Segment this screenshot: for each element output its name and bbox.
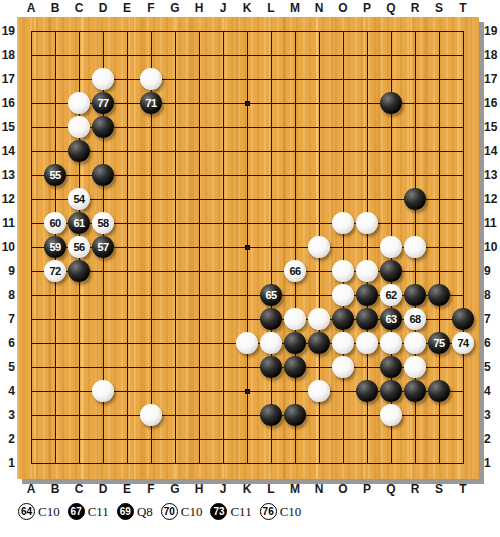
star-point-K4 <box>245 389 250 394</box>
white-stone-C16 <box>68 92 90 114</box>
row-label: 18 <box>483 43 499 67</box>
column-label: T <box>451 1 475 16</box>
row-label: 8 <box>0 283 16 307</box>
black-stone-B10: 59 <box>44 236 66 258</box>
star-point-K10 <box>245 245 250 250</box>
move-point-label: C11 <box>88 504 109 520</box>
column-label: G <box>163 482 187 497</box>
black-stone-M6 <box>284 332 306 354</box>
row-label: 19 <box>483 19 499 43</box>
column-label: L <box>259 482 283 497</box>
white-stone-M9: 66 <box>284 260 306 282</box>
row-label: 2 <box>0 427 16 451</box>
column-label: E <box>115 1 139 16</box>
column-label: O <box>331 1 355 16</box>
black-stone-S8 <box>428 284 450 306</box>
move-number: 71 <box>145 97 156 109</box>
row-label: 16 <box>483 91 499 115</box>
black-stone-N6 <box>308 332 330 354</box>
column-label: F <box>139 482 163 497</box>
white-stone-O6 <box>332 332 354 354</box>
row-label: 10 <box>0 235 16 259</box>
column-label: A <box>19 482 43 497</box>
column-label: A <box>19 1 43 16</box>
move-number: 75 <box>433 337 444 349</box>
white-stone-O11 <box>332 212 354 234</box>
column-label: T <box>451 482 475 497</box>
go-board: 777155546061585956577266656263687574 <box>17 17 479 479</box>
row-label: 14 <box>483 139 499 163</box>
row-label: 9 <box>483 259 499 283</box>
row-label: 2 <box>483 427 499 451</box>
white-stone-P6 <box>356 332 378 354</box>
row-label: 1 <box>0 451 16 475</box>
black-stone-T7 <box>452 308 474 330</box>
move-number: 65 <box>265 289 276 301</box>
white-stone-L6 <box>260 332 282 354</box>
move-number: 61 <box>73 217 84 229</box>
move-number: 55 <box>49 169 60 181</box>
column-label: P <box>355 482 379 497</box>
white-stone-D4 <box>92 380 114 402</box>
black-stone-Q4 <box>380 380 402 402</box>
white-stone-T6: 74 <box>452 332 474 354</box>
move-point-label: C10 <box>38 504 60 520</box>
row-label: 5 <box>483 355 499 379</box>
black-stone-S4 <box>428 380 450 402</box>
black-stone-O7 <box>332 308 354 330</box>
move-annotation: 69Q8 <box>117 503 153 520</box>
row-label: 12 <box>0 187 16 211</box>
white-stone-D17 <box>92 68 114 90</box>
move-number: 77 <box>97 97 108 109</box>
column-label: R <box>403 1 427 16</box>
black-stone-D10: 57 <box>92 236 114 258</box>
column-label: Q <box>379 1 403 16</box>
white-stone-P9 <box>356 260 378 282</box>
black-stone-C11: 61 <box>68 212 90 234</box>
white-stone-F17 <box>140 68 162 90</box>
black-stone-S6: 75 <box>428 332 450 354</box>
white-stone-F3 <box>140 404 162 426</box>
column-label: R <box>403 482 427 497</box>
black-stone-glyph: 69 <box>117 503 134 520</box>
row-label: 13 <box>0 163 16 187</box>
white-stone-O9 <box>332 260 354 282</box>
row-label: 6 <box>483 331 499 355</box>
black-stone-L3 <box>260 404 282 426</box>
row-label: 14 <box>0 139 16 163</box>
black-stone-F16: 71 <box>140 92 162 114</box>
white-stone-Q3 <box>380 404 402 426</box>
column-label: J <box>211 1 235 16</box>
white-stone-R7: 68 <box>404 308 426 330</box>
move-point-label: Q8 <box>137 504 153 520</box>
column-label: P <box>355 1 379 16</box>
white-stone-O5 <box>332 356 354 378</box>
move-number: 66 <box>289 265 300 277</box>
row-label: 7 <box>0 307 16 331</box>
column-label: S <box>427 1 451 16</box>
black-stone-P4 <box>356 380 378 402</box>
column-label: D <box>91 482 115 497</box>
move-number: 54 <box>73 193 84 205</box>
row-label: 4 <box>483 379 499 403</box>
white-stone-P11 <box>356 212 378 234</box>
row-label: 3 <box>483 403 499 427</box>
row-label: 16 <box>0 91 16 115</box>
black-stone-M5 <box>284 356 306 378</box>
column-label: H <box>187 1 211 16</box>
column-label: K <box>235 482 259 497</box>
star-point-K16 <box>245 101 250 106</box>
black-stone-glyph: 67 <box>68 503 85 520</box>
row-label: 17 <box>0 67 16 91</box>
white-stone-C10: 56 <box>68 236 90 258</box>
white-stone-D11: 58 <box>92 212 114 234</box>
white-stone-O8 <box>332 284 354 306</box>
black-stone-C14 <box>68 140 90 162</box>
move-number: 58 <box>97 217 108 229</box>
black-stone-glyph: 73 <box>210 503 227 520</box>
row-label: 19 <box>0 19 16 43</box>
column-label: K <box>235 1 259 16</box>
move-number: 59 <box>49 241 60 253</box>
move-annotation: 67C11 <box>68 503 109 520</box>
black-stone-C9 <box>68 260 90 282</box>
left-coordinates: 19181716151413121110987654321 <box>0 19 16 475</box>
board-grid[interactable]: 777155546061585956577266656263687574 <box>19 19 475 475</box>
move-number: 56 <box>73 241 84 253</box>
move-number: 74 <box>457 337 468 349</box>
move-number: 63 <box>385 313 396 325</box>
black-stone-R12 <box>404 188 426 210</box>
black-stone-B13: 55 <box>44 164 66 186</box>
row-label: 15 <box>483 115 499 139</box>
row-label: 15 <box>0 115 16 139</box>
white-stone-R5 <box>404 356 426 378</box>
row-label: 18 <box>0 43 16 67</box>
column-label: L <box>259 1 283 16</box>
black-stone-L7 <box>260 308 282 330</box>
row-label: 11 <box>0 211 16 235</box>
row-label: 6 <box>0 331 16 355</box>
column-label: H <box>187 482 211 497</box>
move-point-label: C11 <box>230 504 251 520</box>
white-stone-Q10 <box>380 236 402 258</box>
black-stone-D16: 77 <box>92 92 114 114</box>
white-stone-glyph: 70 <box>161 503 178 520</box>
white-stone-C12: 54 <box>68 188 90 210</box>
row-label: 8 <box>483 283 499 307</box>
column-label: B <box>43 482 67 497</box>
white-stone-N7 <box>308 308 330 330</box>
white-stone-B9: 72 <box>44 260 66 282</box>
move-annotations: 64C1067C1169Q870C1073C1176C10 <box>18 503 301 520</box>
move-number: 72 <box>49 265 60 277</box>
white-stone-Q8: 62 <box>380 284 402 306</box>
row-label: 11 <box>483 211 499 235</box>
column-label: C <box>67 482 91 497</box>
column-label: E <box>115 482 139 497</box>
move-annotation: 64C10 <box>18 503 60 520</box>
black-stone-R8 <box>404 284 426 306</box>
move-annotation: 73C11 <box>210 503 251 520</box>
black-stone-L5 <box>260 356 282 378</box>
move-number: 57 <box>97 241 108 253</box>
row-label: 3 <box>0 403 16 427</box>
move-point-label: C10 <box>280 504 302 520</box>
row-label: 7 <box>483 307 499 331</box>
column-label: S <box>427 482 451 497</box>
black-stone-D13 <box>92 164 114 186</box>
black-stone-Q9 <box>380 260 402 282</box>
row-label: 12 <box>483 187 499 211</box>
row-label: 1 <box>483 451 499 475</box>
move-annotation: 70C10 <box>161 503 203 520</box>
move-number: 62 <box>385 289 396 301</box>
column-label: F <box>139 1 163 16</box>
black-stone-P8 <box>356 284 378 306</box>
column-label: D <box>91 1 115 16</box>
row-label: 4 <box>0 379 16 403</box>
column-label: O <box>331 482 355 497</box>
column-label: M <box>283 1 307 16</box>
black-stone-Q7: 63 <box>380 308 402 330</box>
black-stone-P7 <box>356 308 378 330</box>
move-annotation: 76C10 <box>260 503 302 520</box>
black-stone-R4 <box>404 380 426 402</box>
white-stone-K6 <box>236 332 258 354</box>
white-stone-glyph: 64 <box>18 503 35 520</box>
white-stone-N4 <box>308 380 330 402</box>
black-stone-Q5 <box>380 356 402 378</box>
white-stone-C15 <box>68 116 90 138</box>
column-label: N <box>307 482 331 497</box>
column-label: C <box>67 1 91 16</box>
black-stone-M3 <box>284 404 306 426</box>
white-stone-N10 <box>308 236 330 258</box>
black-stone-L8: 65 <box>260 284 282 306</box>
column-label: G <box>163 1 187 16</box>
white-stone-R6 <box>404 332 426 354</box>
row-label: 17 <box>483 67 499 91</box>
white-stone-B11: 60 <box>44 212 66 234</box>
white-stone-Q6 <box>380 332 402 354</box>
move-point-label: C10 <box>181 504 203 520</box>
row-label: 10 <box>483 235 499 259</box>
white-stone-R10 <box>404 236 426 258</box>
black-stone-D15 <box>92 116 114 138</box>
column-label: J <box>211 482 235 497</box>
white-stone-glyph: 76 <box>260 503 277 520</box>
move-number: 60 <box>49 217 60 229</box>
right-coordinates: 19181716151413121110987654321 <box>483 19 499 475</box>
column-label: N <box>307 1 331 16</box>
column-label: B <box>43 1 67 16</box>
row-label: 13 <box>483 163 499 187</box>
white-stone-M7 <box>284 308 306 330</box>
top-coordinates: ABCDEFGHJKLMNOPQRST <box>19 1 475 16</box>
move-number: 68 <box>409 313 420 325</box>
row-label: 5 <box>0 355 16 379</box>
bottom-coordinates: ABCDEFGHJKLMNOPQRST <box>19 482 475 497</box>
column-label: Q <box>379 482 403 497</box>
column-label: M <box>283 482 307 497</box>
row-label: 9 <box>0 259 16 283</box>
black-stone-Q16 <box>380 92 402 114</box>
